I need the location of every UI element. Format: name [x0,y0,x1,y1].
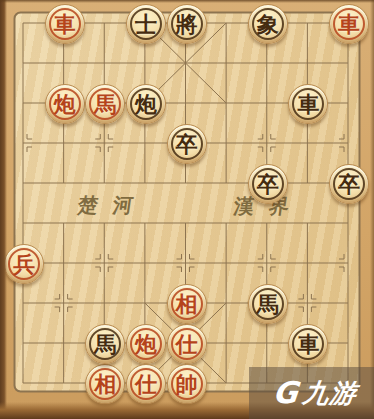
jiuyou-watermark: G 九游 [249,367,374,419]
piece-black-general[interactable]: 將 [167,4,207,44]
piece-glyph: 馬 [94,333,116,355]
piece-glyph: 將 [176,13,198,35]
piece-glyph: 炮 [135,333,157,355]
piece-red-chariot[interactable]: 車 [45,4,85,44]
board-frame-right-edge [370,0,374,419]
piece-red-chariot[interactable]: 車 [329,4,369,44]
piece-glyph: 兵 [13,253,35,275]
piece-glyph: 馬 [94,93,116,115]
piece-glyph: 帥 [176,373,198,395]
piece-red-cannon[interactable]: 炮 [45,84,85,124]
piece-glyph: 馬 [257,293,279,315]
board-frame-left-edge [0,0,7,419]
piece-black-horse[interactable]: 馬 [248,284,288,324]
piece-glyph: 卒 [257,173,279,195]
piece-red-horse[interactable]: 馬 [85,84,125,124]
piece-red-elephant[interactable]: 相 [167,284,207,324]
piece-glyph: 仕 [135,373,157,395]
piece-glyph: 相 [94,373,116,395]
piece-red-advisor[interactable]: 仕 [167,324,207,364]
piece-red-cannon[interactable]: 炮 [126,324,166,364]
board-frame-top-edge [0,0,374,3]
xiangqi-board: 楚河 漢界 車車炮馬兵相炮仕相仕帥士將象炮車卒卒卒馬馬車 G 九游 [0,0,374,419]
piece-red-elephant[interactable]: 相 [85,364,125,404]
piece-red-advisor[interactable]: 仕 [126,364,166,404]
piece-black-elephant[interactable]: 象 [248,4,288,44]
piece-glyph: 卒 [176,133,198,155]
piece-glyph: 車 [338,13,360,35]
piece-black-advisor[interactable]: 士 [126,4,166,44]
piece-black-soldier[interactable]: 卒 [167,124,207,164]
river-label-chu-he: 楚河 [76,192,150,219]
jiuyou-brand-text: 九游 [301,380,359,406]
piece-glyph: 仕 [176,333,198,355]
piece-glyph: 象 [257,13,279,35]
piece-glyph: 車 [54,13,76,35]
jiuyou-logo-icon: G [271,378,299,408]
piece-red-soldier[interactable]: 兵 [4,244,44,284]
piece-glyph: 士 [135,13,157,35]
piece-glyph: 車 [297,93,319,115]
piece-glyph: 相 [176,293,198,315]
piece-black-cannon[interactable]: 炮 [126,84,166,124]
piece-glyph: 炮 [54,93,76,115]
piece-red-general[interactable]: 帥 [167,364,207,404]
piece-black-soldier[interactable]: 卒 [248,164,288,204]
piece-black-soldier[interactable]: 卒 [329,164,369,204]
piece-glyph: 車 [297,333,319,355]
piece-glyph: 炮 [135,93,157,115]
piece-glyph: 卒 [338,173,360,195]
piece-black-horse[interactable]: 馬 [85,324,125,364]
